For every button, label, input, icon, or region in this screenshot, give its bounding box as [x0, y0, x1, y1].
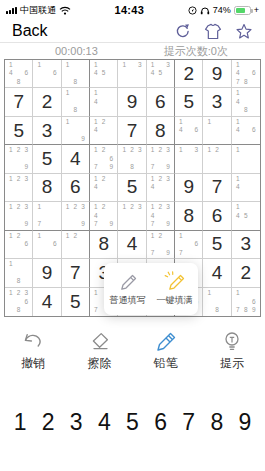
cell-r7c9[interactable]: 3 [232, 231, 260, 259]
cell-r2c9[interactable]: 148 [232, 88, 260, 116]
cell-r6c5[interactable]: 123 [118, 202, 146, 230]
numpad-3[interactable]: 3 [63, 409, 89, 436]
cell-r5c9[interactable]: 14 [232, 174, 260, 202]
cell-r4c5[interactable]: 1238 [118, 145, 146, 173]
cell-r7c6[interactable]: 1279 [147, 231, 175, 259]
cell-r6c7[interactable]: 8 [175, 202, 203, 230]
cell-r3c8[interactable]: 1 [203, 117, 231, 145]
nav-bar: Back [0, 20, 265, 43]
cell-r3c9[interactable]: 146 [232, 117, 260, 145]
cell-r5c5[interactable]: 5 [118, 174, 146, 202]
pencil-button[interactable]: 铅笔 [133, 331, 199, 372]
cell-r5c1[interactable]: 123 [5, 174, 33, 202]
cell-r9c9[interactable]: 16789 [232, 288, 260, 316]
cell-r7c2[interactable]: 16 [33, 231, 61, 259]
cell-r4c4[interactable]: 12679 [90, 145, 118, 173]
cell-r1c4[interactable]: 145 [90, 60, 118, 88]
cell-r2c4[interactable]: 14 [90, 88, 118, 116]
back-button[interactable]: Back [12, 22, 48, 40]
cell-r1c3[interactable]: 18 [62, 60, 90, 88]
undo-button[interactable]: 撤销 [0, 331, 66, 372]
toolbar: 撤销 擦除 铅笔 提示 [0, 331, 265, 372]
cell-r8c3[interactable]: 7 [62, 259, 90, 287]
theme-tshirt-icon[interactable] [204, 23, 222, 40]
cell-r1c9[interactable]: 14678 [232, 60, 260, 88]
cell-r4c2[interactable]: 5 [33, 145, 61, 173]
numpad-8[interactable]: 8 [204, 409, 230, 436]
cell-r1c7[interactable]: 2 [175, 60, 203, 88]
cell-r5c6[interactable]: 1234 [147, 174, 175, 202]
pencil-label: 铅笔 [154, 355, 178, 372]
numpad-1[interactable]: 1 [7, 409, 33, 436]
fill-all-label: 一键填满 [157, 294, 193, 307]
fill-mode-popup: 普通填写 一键填满 [104, 263, 198, 315]
clock: 14:43 [71, 4, 188, 16]
cell-r3c7[interactable]: 146 [175, 117, 203, 145]
cell-r4c1[interactable]: 1239 [5, 145, 33, 173]
carrier-label: 中国联通 [20, 4, 56, 17]
cell-r6c3[interactable]: 1239 [62, 202, 90, 230]
battery-percent: 74% [213, 5, 231, 15]
cell-r8c2[interactable]: 9 [33, 259, 61, 287]
cell-r6c2[interactable]: 17 [33, 202, 61, 230]
cell-r7c4[interactable]: 8 [90, 231, 118, 259]
cell-r9c8[interactable]: 18 [203, 288, 231, 316]
numpad-7[interactable]: 7 [176, 409, 202, 436]
sudoku-app: 中国联通 14:43 74% + Back [0, 0, 265, 471]
cell-r2c6[interactable]: 6 [147, 88, 175, 116]
cell-r1c8[interactable]: 9 [203, 60, 231, 88]
numpad-2[interactable]: 2 [35, 409, 61, 436]
cell-r7c8[interactable]: 5 [203, 231, 231, 259]
normal-fill-button[interactable]: 普通填写 [110, 272, 146, 307]
cell-r6c1[interactable]: 1239 [5, 202, 33, 230]
pencil-sparkle-yellow-icon [163, 271, 187, 292]
cell-r4c7[interactable]: 13 [175, 145, 203, 173]
hint-counter: 提示次数:0次 [164, 44, 228, 59]
numpad: 123456789 [0, 409, 265, 436]
signal-strength-icon [6, 6, 17, 14]
cell-r5c4[interactable]: 124 [90, 174, 118, 202]
cell-r3c2[interactable]: 3 [33, 117, 61, 145]
timer: 00:00:13 [55, 45, 98, 57]
headset-icon [200, 6, 210, 15]
cell-r7c5[interactable]: 4 [118, 231, 146, 259]
cell-r3c6[interactable]: 8 [147, 117, 175, 145]
cell-r7c7[interactable]: 167 [175, 231, 203, 259]
cell-r8c8[interactable]: 4 [203, 259, 231, 287]
cell-r5c2[interactable]: 8 [33, 174, 61, 202]
cell-r3c3[interactable]: 19 [62, 117, 90, 145]
hint-label: 提示 [220, 355, 244, 372]
cell-r2c2[interactable]: 2 [33, 88, 61, 116]
pencil-gray-icon [117, 272, 139, 292]
erase-button[interactable]: 擦除 [66, 331, 132, 372]
location-icon [188, 6, 197, 15]
cell-r6c8[interactable]: 6 [203, 202, 231, 230]
cell-r1c6[interactable]: 1345 [147, 60, 175, 88]
cell-r3c5[interactable]: 7 [118, 117, 146, 145]
cell-r9c2[interactable]: 4 [33, 288, 61, 316]
undo-label: 撤销 [21, 355, 45, 372]
cell-r3c1[interactable]: 5 [5, 117, 33, 145]
cell-r1c1[interactable]: 1468 [5, 60, 33, 88]
cell-r5c8[interactable]: 7 [203, 174, 231, 202]
wifi-icon [59, 6, 71, 15]
pencil-blue-icon [154, 331, 178, 352]
cell-r2c1[interactable]: 7 [5, 88, 33, 116]
cell-r4c9[interactable]: 1 [232, 145, 260, 173]
fill-all-button[interactable]: 一键填满 [157, 271, 193, 307]
cell-r4c3[interactable]: 4 [62, 145, 90, 173]
cell-r5c3[interactable]: 6 [62, 174, 90, 202]
erase-label: 擦除 [87, 355, 111, 372]
hint-button[interactable]: 提示 [199, 331, 265, 372]
battery-icon [234, 6, 251, 15]
cell-r6c9[interactable]: 145 [232, 202, 260, 230]
favorite-star-icon[interactable] [235, 23, 253, 40]
cell-r2c7[interactable]: 5 [175, 88, 203, 116]
cell-r1c5[interactable]: 13 [118, 60, 146, 88]
cell-r7c3[interactable]: 12 [62, 231, 90, 259]
cell-r3c4[interactable]: 124 [90, 117, 118, 145]
cell-r4c8[interactable]: 12 [203, 145, 231, 173]
cell-r7c1[interactable]: 126 [5, 231, 33, 259]
cell-r6c6[interactable]: 123479 [147, 202, 175, 230]
numpad-6[interactable]: 6 [148, 409, 174, 436]
cell-r2c3[interactable]: 18 [62, 88, 90, 116]
undo-arrow-icon [21, 331, 45, 352]
cell-r2c5[interactable]: 9 [118, 88, 146, 116]
cell-r8c9[interactable]: 2 [232, 259, 260, 287]
cell-r2c8[interactable]: 3 [203, 88, 231, 116]
cell-r4c6[interactable]: 12379 [147, 145, 175, 173]
charging-indicator: + [254, 5, 259, 15]
cell-r1c2[interactable]: 16 [33, 60, 61, 88]
status-bar: 中国联通 14:43 74% + [0, 0, 265, 20]
numpad-5[interactable]: 5 [119, 409, 145, 436]
cell-r9c1[interactable]: 12368 [5, 288, 33, 316]
cell-r9c3[interactable]: 5 [62, 288, 90, 316]
normal-fill-label: 普通填写 [110, 294, 146, 307]
numpad-9[interactable]: 9 [232, 409, 258, 436]
cell-r5c7[interactable]: 9 [175, 174, 203, 202]
lightbulb-icon [220, 331, 244, 352]
cell-r6c4[interactable]: 12479 [90, 202, 118, 230]
cell-r8c1[interactable]: 18 [5, 259, 33, 287]
eraser-icon [87, 331, 111, 352]
restart-icon[interactable] [174, 23, 191, 40]
numpad-4[interactable]: 4 [91, 409, 117, 436]
game-info-row: 00:00:13 提示次数:0次 [0, 43, 265, 59]
